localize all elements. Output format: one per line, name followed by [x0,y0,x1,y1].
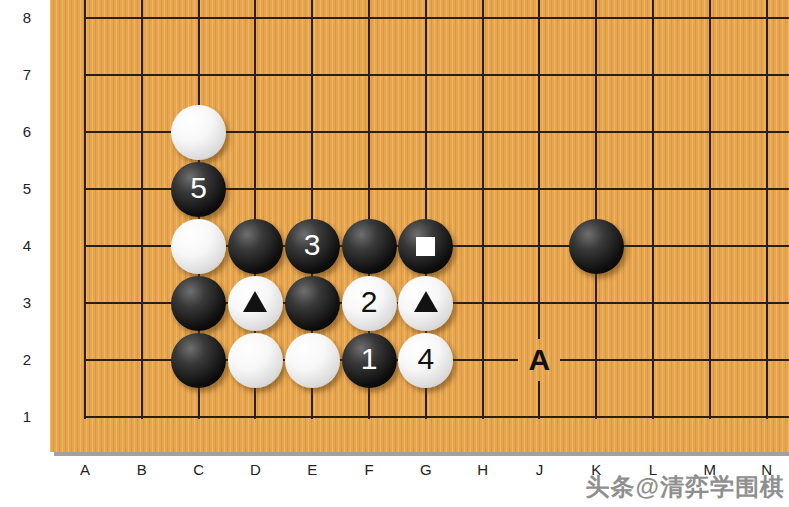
row-coordinate-1: 1 [10,408,44,425]
grid-line-col-M [709,0,711,419]
col-coordinate-C: C [179,461,219,478]
stone-black-K4 [569,219,624,274]
col-coordinate-G: G [406,461,446,478]
col-coordinate-H: H [463,461,503,478]
stone-move-number-2: 2 [361,287,378,317]
col-coordinate-A: A [65,461,105,478]
watermark-text: 头条@清弈学围棋 [586,471,785,503]
triangle-marker-icon [414,291,438,312]
grid-line-col-H [482,0,484,419]
row-coordinate-3: 3 [10,294,44,311]
stone-move-number-1: 1 [361,344,378,374]
stone-black-F4 [342,219,397,274]
col-coordinate-J: J [519,461,559,478]
grid-line-col-B [141,0,143,419]
row-coordinate-8: 8 [10,9,44,26]
grid-line-col-L [652,0,654,419]
row-coordinate-2: 2 [10,351,44,368]
stone-black-F2: 1 [342,333,397,388]
grid-line-col-K [595,0,597,419]
grid-line-col-A [84,0,86,419]
stone-white-C4 [171,219,226,274]
square-marker-icon [416,237,435,256]
row-coordinate-6: 6 [10,123,44,140]
row-coordinate-5: 5 [10,180,44,197]
grid-line-row-7 [85,74,789,76]
stone-move-number-5: 5 [190,173,207,203]
row-coordinate-4: 4 [10,237,44,254]
stone-black-E3 [285,276,340,331]
stone-white-G2: 4 [398,333,453,388]
stone-white-D3 [228,276,283,331]
col-coordinate-E: E [292,461,332,478]
stone-white-D2 [228,333,283,388]
grid-line-row-1 [85,416,789,418]
point-label-J2: A [518,339,560,381]
stone-black-E4: 3 [285,219,340,274]
stone-black-D4 [228,219,283,274]
go-diagram-screen: 头条@清弈学围棋 87654321ABCDEFGHJKLMNA53214 [0,0,789,507]
col-coordinate-D: D [235,461,275,478]
stone-black-C3 [171,276,226,331]
stone-white-F3: 2 [342,276,397,331]
stone-black-C2 [171,333,226,388]
stone-move-number-4: 4 [417,344,434,374]
stone-black-G4 [398,219,453,274]
triangle-marker-icon [243,291,267,312]
stone-white-G3 [398,276,453,331]
col-coordinate-B: B [122,461,162,478]
row-coordinate-7: 7 [10,66,44,83]
stone-move-number-3: 3 [304,230,321,260]
stone-black-C5: 5 [171,162,226,217]
grid-line-col-N [766,0,768,419]
col-coordinate-F: F [349,461,389,478]
stone-white-E2 [285,333,340,388]
grid-line-row-8 [85,17,789,19]
stone-white-C6 [171,105,226,160]
